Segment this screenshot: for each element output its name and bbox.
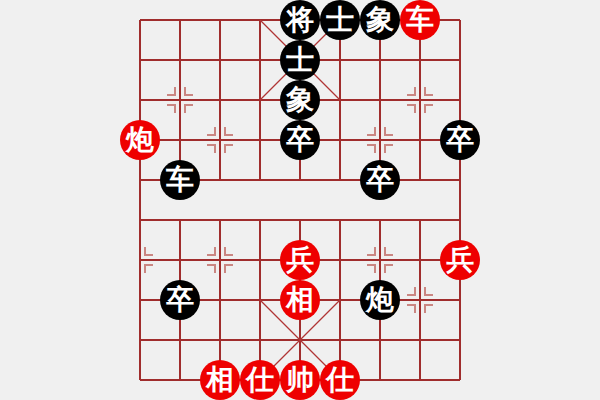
black-soldier[interactable]: 卒 [440,120,480,160]
red-cannon[interactable]: 炮 [120,120,160,160]
piece-glyph: 卒 [360,160,400,200]
black-soldier[interactable]: 卒 [360,160,400,200]
red-elephant[interactable]: 相 [280,280,320,320]
xiangqi-app: 将士象车士象炮卒卒车卒兵兵卒相炮相仕帅仕 [0,0,600,400]
piece-glyph: 象 [280,80,320,120]
piece-glyph: 兵 [280,240,320,280]
black-chariot[interactable]: 车 [160,160,200,200]
red-soldier[interactable]: 兵 [440,240,480,280]
red-soldier[interactable]: 兵 [280,240,320,280]
black-elephant[interactable]: 象 [360,0,400,40]
piece-glyph: 卒 [440,120,480,160]
piece-glyph: 炮 [120,120,160,160]
piece-glyph: 车 [160,160,200,200]
piece-glyph: 相 [200,360,240,400]
red-chariot[interactable]: 车 [400,0,440,40]
piece-glyph: 兵 [440,240,480,280]
board-grid[interactable]: 将士象车士象炮卒卒车卒兵兵卒相炮相仕帅仕 [120,0,480,400]
black-soldier[interactable]: 卒 [160,280,200,320]
piece-glyph: 将 [280,0,320,40]
piece-glyph: 仕 [240,360,280,400]
piece-glyph: 士 [280,40,320,80]
black-advisor[interactable]: 士 [320,0,360,40]
piece-glyph: 仕 [320,360,360,400]
black-elephant[interactable]: 象 [280,80,320,120]
piece-glyph: 卒 [280,120,320,160]
piece-glyph: 卒 [160,280,200,320]
black-general[interactable]: 将 [280,0,320,40]
piece-glyph: 相 [280,280,320,320]
red-general[interactable]: 帅 [280,360,320,400]
piece-glyph: 士 [320,0,360,40]
piece-glyph: 炮 [360,280,400,320]
black-cannon[interactable]: 炮 [360,280,400,320]
piece-glyph: 帅 [280,360,320,400]
piece-glyph: 车 [400,0,440,40]
red-advisor[interactable]: 仕 [320,360,360,400]
black-advisor[interactable]: 士 [280,40,320,80]
piece-glyph: 象 [360,0,400,40]
red-advisor[interactable]: 仕 [240,360,280,400]
red-elephant[interactable]: 相 [200,360,240,400]
black-soldier[interactable]: 卒 [280,120,320,160]
